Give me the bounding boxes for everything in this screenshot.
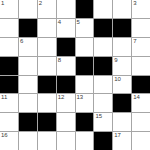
black-cell (19, 113, 37, 131)
white-cell[interactable] (76, 38, 94, 56)
black-cell (76, 0, 94, 18)
white-cell[interactable]: 10 (113, 76, 131, 94)
white-cell[interactable] (132, 57, 150, 75)
white-cell[interactable] (38, 132, 56, 150)
clue-number: 12 (58, 94, 65, 100)
clue-number: 2 (39, 0, 42, 6)
clue-number: 16 (1, 132, 8, 138)
white-cell[interactable] (76, 132, 94, 150)
clue-number: 13 (77, 94, 84, 100)
black-cell (132, 76, 150, 94)
white-cell[interactable] (38, 94, 56, 112)
white-cell[interactable] (132, 113, 150, 131)
white-cell[interactable]: 11 (0, 94, 18, 112)
white-cell[interactable]: 15 (94, 113, 112, 131)
clue-number: 11 (1, 94, 7, 100)
crossword-grid: 1234567891011121314151617 (0, 0, 150, 150)
white-cell[interactable]: 9 (113, 57, 131, 75)
clue-number: 3 (133, 0, 136, 6)
black-cell (19, 19, 37, 37)
white-cell[interactable] (113, 0, 131, 18)
white-cell[interactable] (57, 132, 75, 150)
white-cell[interactable] (19, 94, 37, 112)
white-cell[interactable] (113, 113, 131, 131)
clue-number: 7 (133, 38, 136, 44)
white-cell[interactable] (19, 57, 37, 75)
clue-number: 15 (95, 113, 102, 119)
white-cell[interactable] (57, 0, 75, 18)
white-cell[interactable]: 1 (0, 0, 18, 18)
black-cell (113, 94, 131, 112)
black-cell (57, 76, 75, 94)
clue-number: 10 (114, 76, 121, 82)
white-cell[interactable] (94, 0, 112, 18)
black-cell (57, 38, 75, 56)
white-cell[interactable] (94, 38, 112, 56)
black-cell (38, 113, 56, 131)
black-cell (94, 57, 112, 75)
white-cell[interactable] (132, 132, 150, 150)
white-cell[interactable]: 17 (113, 132, 131, 150)
white-cell[interactable] (0, 113, 18, 131)
clue-number: 4 (58, 19, 61, 25)
white-cell[interactable] (19, 132, 37, 150)
white-cell[interactable]: 14 (132, 94, 150, 112)
white-cell[interactable] (38, 19, 56, 37)
white-cell[interactable]: 13 (76, 94, 94, 112)
clue-number: 14 (133, 94, 140, 100)
black-cell (94, 19, 112, 37)
white-cell[interactable] (113, 38, 131, 56)
white-cell[interactable] (38, 38, 56, 56)
clue-number: 1 (1, 0, 4, 6)
clue-number: 5 (77, 19, 80, 25)
black-cell (76, 113, 94, 131)
clue-number: 6 (20, 38, 23, 44)
white-cell[interactable]: 4 (57, 19, 75, 37)
white-cell[interactable]: 8 (57, 57, 75, 75)
white-cell[interactable]: 6 (19, 38, 37, 56)
white-cell[interactable] (19, 76, 37, 94)
white-cell[interactable] (76, 76, 94, 94)
white-cell[interactable] (38, 57, 56, 75)
white-cell[interactable] (0, 19, 18, 37)
white-cell[interactable]: 16 (0, 132, 18, 150)
black-cell (0, 76, 18, 94)
black-cell (94, 132, 112, 150)
white-cell[interactable] (0, 38, 18, 56)
black-cell (113, 19, 131, 37)
white-cell[interactable]: 12 (57, 94, 75, 112)
black-cell (38, 76, 56, 94)
white-cell[interactable]: 2 (38, 0, 56, 18)
white-cell[interactable] (57, 113, 75, 131)
clue-number: 17 (114, 132, 121, 138)
white-cell[interactable]: 5 (76, 19, 94, 37)
white-cell[interactable] (94, 94, 112, 112)
black-cell (0, 57, 18, 75)
white-cell[interactable] (19, 0, 37, 18)
white-cell[interactable] (94, 76, 112, 94)
clue-number: 8 (58, 57, 61, 63)
white-cell[interactable] (132, 19, 150, 37)
black-cell (76, 57, 94, 75)
white-cell[interactable]: 7 (132, 38, 150, 56)
clue-number: 9 (114, 57, 117, 63)
white-cell[interactable]: 3 (132, 0, 150, 18)
